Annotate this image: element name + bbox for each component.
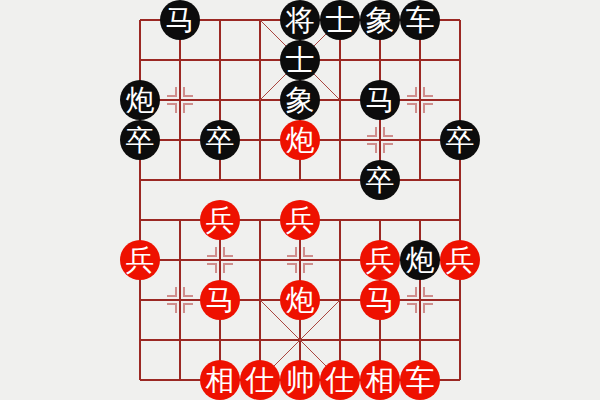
red-cannon[interactable]: 炮: [280, 120, 320, 160]
red-soldier[interactable]: 兵: [200, 200, 240, 240]
black-cannon[interactable]: 炮: [400, 240, 440, 280]
red-chariot[interactable]: 车: [400, 360, 440, 400]
red-horse[interactable]: 马: [200, 280, 240, 320]
red-soldier[interactable]: 兵: [120, 240, 160, 280]
red-elephant[interactable]: 相: [200, 360, 240, 400]
black-cannon[interactable]: 炮: [120, 80, 160, 120]
black-elephant[interactable]: 象: [360, 0, 400, 40]
xiangqi-board-screenshot: 马将士象车士炮象马卒卒炮卒卒兵兵兵兵炮兵马炮马相仕帅仕相车: [0, 0, 600, 400]
black-soldier[interactable]: 卒: [360, 160, 400, 200]
black-general[interactable]: 将: [280, 0, 320, 40]
red-general[interactable]: 帅: [280, 360, 320, 400]
red-soldier[interactable]: 兵: [440, 240, 480, 280]
black-soldier[interactable]: 卒: [200, 120, 240, 160]
black-elephant[interactable]: 象: [280, 80, 320, 120]
red-cannon[interactable]: 炮: [280, 280, 320, 320]
black-chariot[interactable]: 车: [400, 0, 440, 40]
black-horse[interactable]: 马: [160, 0, 200, 40]
red-soldier[interactable]: 兵: [280, 200, 320, 240]
red-soldier[interactable]: 兵: [360, 240, 400, 280]
black-horse[interactable]: 马: [360, 80, 400, 120]
black-soldier[interactable]: 卒: [120, 120, 160, 160]
board-pieces-layer: 马将士象车士炮象马卒卒炮卒卒兵兵兵兵炮兵马炮马相仕帅仕相车: [120, 0, 480, 400]
red-elephant[interactable]: 相: [360, 360, 400, 400]
red-advisor[interactable]: 仕: [320, 360, 360, 400]
black-advisor[interactable]: 士: [280, 40, 320, 80]
red-horse[interactable]: 马: [360, 280, 400, 320]
black-advisor[interactable]: 士: [320, 0, 360, 40]
black-soldier[interactable]: 卒: [440, 120, 480, 160]
red-advisor[interactable]: 仕: [240, 360, 280, 400]
